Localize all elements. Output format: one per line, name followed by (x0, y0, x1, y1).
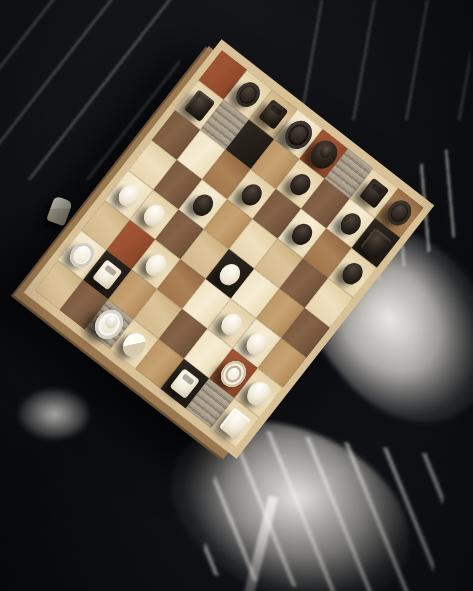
captured-white-bishop[interactable] (46, 196, 73, 227)
black-pawn[interactable] (338, 258, 367, 288)
white-pawn[interactable] (243, 377, 275, 410)
black-pawn[interactable] (336, 208, 365, 238)
black-pawn[interactable] (286, 169, 315, 199)
marble-table-scene (0, 0, 473, 591)
white-pawn[interactable] (142, 250, 171, 280)
black-pawn[interactable] (288, 219, 317, 249)
white-pawn[interactable] (115, 180, 144, 210)
black-bishop[interactable] (383, 196, 416, 230)
black-pawn[interactable] (237, 179, 266, 209)
black-pawn[interactable] (188, 190, 217, 220)
marble-vein (300, 0, 470, 120)
white-pawn[interactable] (242, 329, 271, 359)
white-pawn[interactable] (215, 259, 244, 289)
white-rook[interactable] (219, 407, 251, 440)
white-pawn[interactable] (140, 200, 169, 230)
marble-vein (18, 388, 90, 440)
black-rook[interactable] (360, 227, 392, 260)
chess-board[interactable] (24, 39, 435, 458)
board-squares-grid (34, 50, 423, 448)
marble-vein (242, 495, 278, 591)
white-pawn[interactable] (217, 309, 246, 339)
